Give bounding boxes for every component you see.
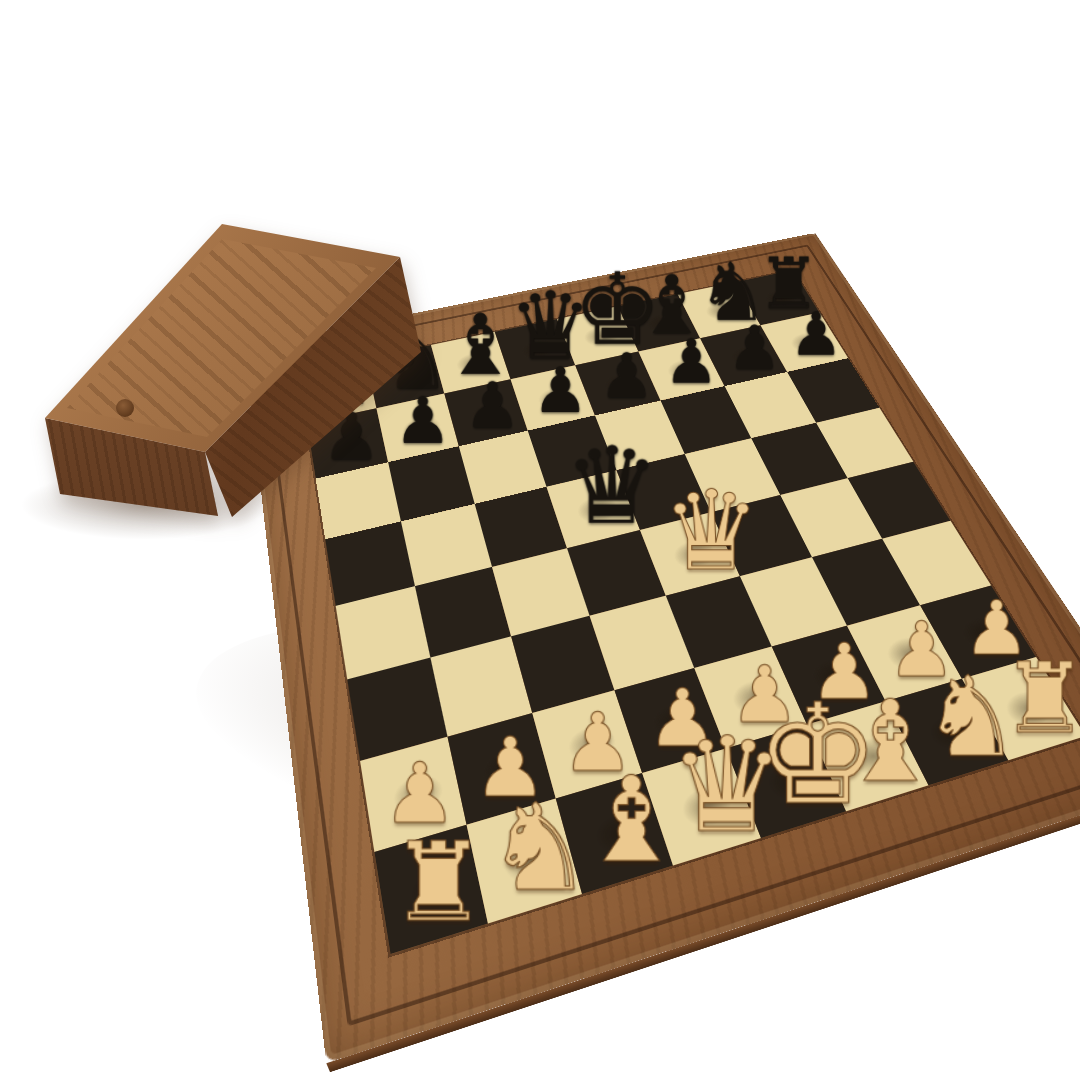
black-pawn[interactable]: ♟ <box>657 335 725 391</box>
white-rook[interactable]: ♜ <box>389 833 488 933</box>
black-pawn[interactable]: ♟ <box>592 349 661 406</box>
product-photo: ♜♞♝♛♚♝♞♜♟♟♟♟♟♟♟♟♛♛♟♟♟♟♟♟♟♟♜♞♝♛♚♝♞♜ <box>0 0 1080 1080</box>
black-pawn[interactable]: ♟ <box>721 321 788 376</box>
black-pawn[interactable]: ♟ <box>457 377 528 435</box>
white-knight[interactable]: ♞ <box>485 793 582 904</box>
black-pawn[interactable]: ♟ <box>526 363 596 420</box>
black-queen[interactable]: ♛ <box>564 438 640 536</box>
black-pawn[interactable]: ♟ <box>783 308 850 363</box>
white-queen[interactable]: ♛ <box>662 481 741 582</box>
box-thumb-notch <box>116 399 134 417</box>
storage-box <box>0 200 460 550</box>
